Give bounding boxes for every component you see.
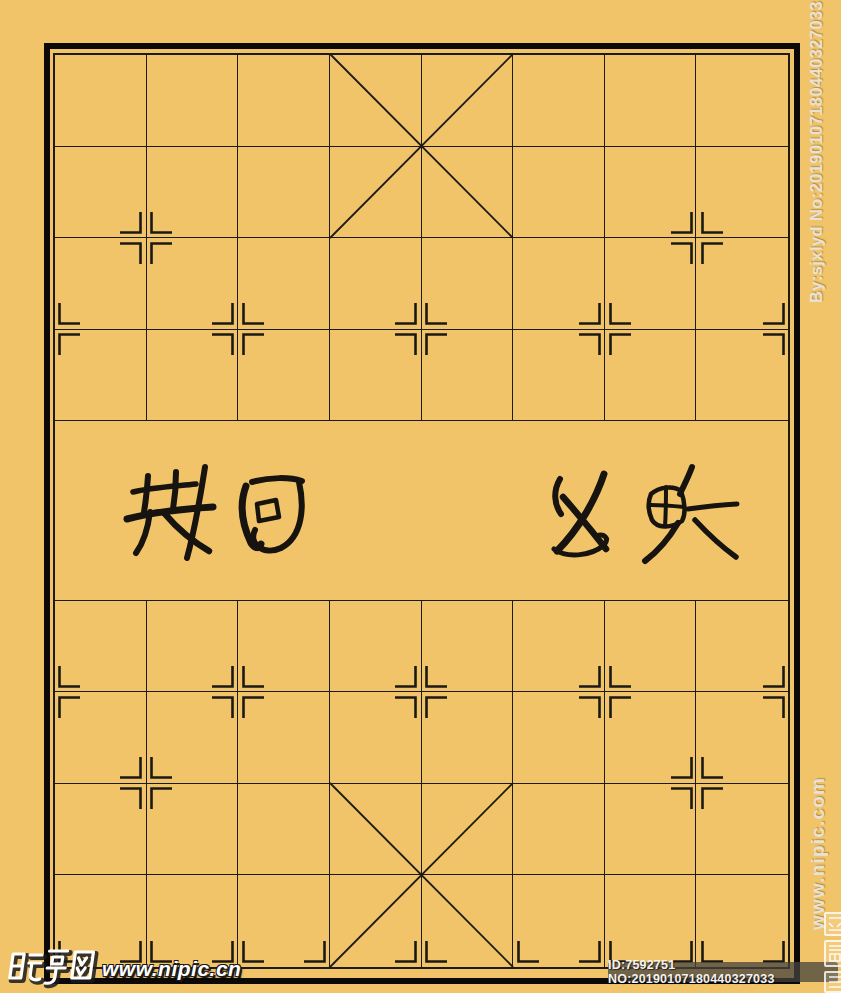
watermark-site-url: www.nipic.cn: [102, 957, 241, 981]
nipic-seal-badge: [824, 971, 841, 993]
board-cell[interactable]: [147, 601, 239, 693]
board-cell[interactable]: [330, 601, 422, 693]
board-cell[interactable]: [696, 875, 788, 967]
board-cell[interactable]: [147, 784, 239, 876]
board-cell[interactable]: [513, 692, 605, 784]
board-cell[interactable]: [330, 147, 422, 239]
board-cell[interactable]: [422, 692, 514, 784]
board-cell[interactable]: [55, 601, 147, 693]
board-cell[interactable]: [696, 601, 788, 693]
board-cell[interactable]: [55, 784, 147, 876]
board-cell[interactable]: [513, 147, 605, 239]
board-cell[interactable]: [513, 238, 605, 330]
board-cell[interactable]: [55, 875, 147, 967]
board-cell[interactable]: [605, 692, 697, 784]
board-cell[interactable]: [55, 147, 147, 239]
board-cell[interactable]: [513, 55, 605, 147]
board-cell[interactable]: [55, 238, 147, 330]
watermark-site-vertical: www.nipic.com: [807, 777, 829, 930]
board-cell[interactable]: [696, 238, 788, 330]
board-cell[interactable]: [238, 875, 330, 967]
board-cell[interactable]: [238, 238, 330, 330]
board-cell[interactable]: [330, 330, 422, 422]
image-id-plate: ID:7592751 NO:20190107180440327033: [608, 962, 838, 982]
board-cell[interactable]: [605, 784, 697, 876]
board-cell[interactable]: [330, 784, 422, 876]
board-cell[interactable]: [422, 784, 514, 876]
board-cell[interactable]: [147, 692, 239, 784]
board-cell[interactable]: [238, 784, 330, 876]
board-cell[interactable]: [422, 147, 514, 239]
board-cell[interactable]: [330, 692, 422, 784]
nipic-seal-badge: [824, 940, 841, 967]
board-cell[interactable]: [330, 55, 422, 147]
board-cell[interactable]: [513, 330, 605, 422]
board-cell[interactable]: [513, 784, 605, 876]
board-cell[interactable]: [605, 601, 697, 693]
river-band: [55, 421, 788, 600]
board-cell[interactable]: [696, 55, 788, 147]
board-cell[interactable]: [147, 330, 239, 422]
board-cell[interactable]: [605, 147, 697, 239]
board-cell[interactable]: [422, 55, 514, 147]
watermark-author-id: By:sjxlyd No:20190107180440327033: [807, 1, 826, 303]
xiangqi-board-image: 楚河 汉界 昵享网 By:sjxlyd No:20190107180440327…: [0, 0, 841, 993]
nipic-seal-badge: [824, 912, 841, 936]
board-cell[interactable]: [422, 238, 514, 330]
board-cell[interactable]: [238, 330, 330, 422]
board-cell[interactable]: [422, 875, 514, 967]
board-cell[interactable]: [147, 875, 239, 967]
board-cell[interactable]: [55, 55, 147, 147]
board-cell[interactable]: [55, 692, 147, 784]
board-cell[interactable]: [238, 692, 330, 784]
board-cell[interactable]: [147, 238, 239, 330]
board-cell[interactable]: [605, 55, 697, 147]
board-cell[interactable]: [330, 875, 422, 967]
board-cell[interactable]: [696, 147, 788, 239]
board-cell[interactable]: [605, 875, 697, 967]
board-cell[interactable]: [55, 330, 147, 422]
board-cell[interactable]: [696, 784, 788, 876]
xiangqi-board: [53, 53, 790, 969]
image-id-text: ID:7592751 NO:20190107180440327033: [608, 958, 838, 986]
board-cell[interactable]: [513, 875, 605, 967]
board-cell[interactable]: [605, 238, 697, 330]
board-cell[interactable]: [238, 147, 330, 239]
board-cell[interactable]: [696, 330, 788, 422]
board-cell[interactable]: [238, 601, 330, 693]
board-cell[interactable]: [696, 692, 788, 784]
board-cell[interactable]: [513, 601, 605, 693]
board-cell[interactable]: [422, 601, 514, 693]
board-cell[interactable]: [147, 147, 239, 239]
board-cell[interactable]: [238, 55, 330, 147]
board-cell[interactable]: [147, 55, 239, 147]
board-cell[interactable]: [330, 238, 422, 330]
board-cell[interactable]: [422, 330, 514, 422]
board-cell[interactable]: [605, 330, 697, 422]
